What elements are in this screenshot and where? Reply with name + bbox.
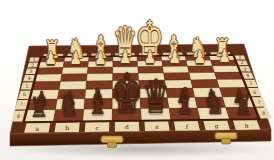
- square-a2: [38, 62, 64, 68]
- rank-label-left-8: 8: [17, 114, 20, 119]
- square-b8: [53, 109, 84, 121]
- square-b4: [61, 74, 88, 82]
- rank-label-right-6: 6: [253, 90, 256, 95]
- square-b2: [63, 62, 88, 68]
- square-h8: [226, 107, 259, 119]
- square-g5: [191, 80, 220, 89]
- square-h3: [212, 66, 240, 73]
- square-d8: [112, 109, 141, 121]
- square-d5: [113, 81, 140, 90]
- square-g3: [188, 66, 215, 73]
- file-label-a: a: [35, 125, 39, 132]
- rank-label-left-1: 1: [33, 57, 36, 62]
- square-h5: [217, 79, 246, 88]
- square-f6: [166, 88, 195, 98]
- square-a3: [37, 68, 64, 75]
- square-h2: [211, 60, 238, 66]
- square-g4: [189, 72, 217, 80]
- square-a6: [30, 90, 59, 100]
- square-b7: [56, 99, 85, 110]
- square-e3: [138, 67, 164, 74]
- chess-set-photo: abcdefgh1122334455667788 ♜♞♝♛♚♝♞♜♟♟♟♟♟♟♟…: [0, 0, 274, 160]
- square-a4: [35, 74, 62, 82]
- square-d3: [113, 67, 138, 74]
- square-e2: [137, 61, 162, 67]
- rank-label-right-5: 5: [250, 81, 253, 86]
- rank-label-right-3: 3: [243, 67, 246, 72]
- rank-label-left-3: 3: [30, 69, 33, 74]
- rank-label-left-4: 4: [28, 76, 31, 81]
- rank-label-right-8: 8: [262, 111, 265, 116]
- square-e7: [140, 98, 169, 109]
- file-label-h: h: [245, 122, 249, 129]
- square-e5: [139, 80, 166, 89]
- square-f3: [163, 66, 190, 73]
- board-svg: abcdefgh1122334455667788: [0, 0, 274, 160]
- rank-label-left-2: 2: [31, 63, 34, 68]
- file-label-b: b: [65, 124, 69, 131]
- square-e8: [141, 108, 171, 120]
- square-d2: [113, 61, 138, 67]
- file-label-e: e: [155, 123, 159, 130]
- square-d7: [112, 98, 140, 109]
- square-c4: [87, 74, 113, 82]
- square-c3: [87, 67, 113, 74]
- square-a5: [32, 81, 60, 90]
- square-f5: [165, 80, 193, 89]
- square-f2: [162, 61, 188, 67]
- square-b5: [59, 81, 87, 90]
- square-c7: [84, 98, 113, 109]
- square-g8: [197, 108, 229, 120]
- square-g6: [193, 88, 223, 98]
- square-c5: [86, 81, 113, 90]
- rank-label-right-1: 1: [239, 55, 242, 60]
- rank-label-left-5: 5: [25, 84, 28, 89]
- square-e4: [138, 73, 165, 81]
- file-label-d: d: [125, 123, 129, 130]
- square-b3: [62, 67, 88, 74]
- file-label-g: g: [215, 122, 219, 130]
- rank-label-right-7: 7: [258, 100, 261, 105]
- square-g2: [186, 60, 212, 66]
- square-h6: [220, 88, 251, 98]
- square-h7: [223, 97, 255, 108]
- square-d4: [113, 73, 139, 81]
- square-b6: [57, 89, 85, 99]
- square-f8: [169, 108, 200, 120]
- square-h4: [215, 72, 243, 80]
- square-g7: [195, 97, 226, 108]
- square-c2: [88, 61, 113, 67]
- rank-label-left-6: 6: [23, 92, 26, 97]
- square-a7: [27, 99, 57, 110]
- rank-label-right-4: 4: [246, 73, 249, 78]
- square-c8: [83, 109, 113, 121]
- square-e6: [139, 89, 167, 99]
- rank-label-right-2: 2: [241, 60, 244, 65]
- square-d6: [112, 89, 139, 99]
- square-a8: [24, 110, 56, 122]
- square-f4: [164, 73, 191, 81]
- square-f7: [167, 97, 197, 108]
- square-c6: [85, 89, 113, 99]
- rank-label-left-7: 7: [20, 102, 23, 107]
